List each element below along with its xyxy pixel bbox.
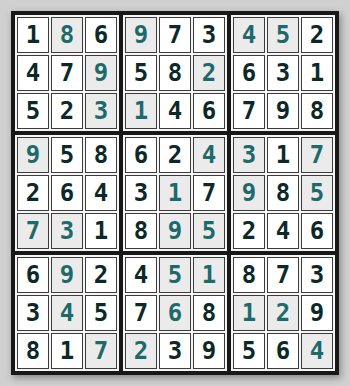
cell-r5c7[interactable]: 9	[233, 175, 265, 211]
cell-r3c8[interactable]: 9	[267, 93, 299, 129]
cell-r3c4[interactable]: 1	[125, 93, 157, 129]
cell-r8c1[interactable]: 3	[17, 295, 49, 331]
cell-r7c1[interactable]: 6	[17, 257, 49, 293]
cell-r8c2[interactable]: 4	[51, 295, 83, 331]
cell-r6c7[interactable]: 2	[233, 213, 265, 249]
cell-r5c6[interactable]: 7	[193, 175, 225, 211]
cell-r2c4[interactable]: 5	[125, 55, 157, 91]
cell-r5c5[interactable]: 1	[159, 175, 191, 211]
cell-r1c6[interactable]: 3	[193, 17, 225, 53]
cell-r6c4[interactable]: 8	[125, 213, 157, 249]
cell-r1c7[interactable]: 4	[233, 17, 265, 53]
cell-r1c4[interactable]: 9	[125, 17, 157, 53]
cell-r3c6[interactable]: 6	[193, 93, 225, 129]
cell-r5c4[interactable]: 3	[125, 175, 157, 211]
cell-r9c4[interactable]: 2	[125, 333, 157, 369]
cell-r6c9[interactable]: 6	[301, 213, 333, 249]
cell-r7c8[interactable]: 7	[267, 257, 299, 293]
cell-r4c4[interactable]: 6	[125, 137, 157, 173]
board-area: 1864795239735821464526317989582647316243…	[0, 0, 350, 386]
cell-r3c9[interactable]: 8	[301, 93, 333, 129]
cell-r2c7[interactable]: 6	[233, 55, 265, 91]
cell-r7c6[interactable]: 1	[193, 257, 225, 293]
cell-r5c3[interactable]: 4	[85, 175, 117, 211]
box-r3c3: 873129564	[231, 255, 335, 371]
cell-r7c5[interactable]: 5	[159, 257, 191, 293]
cell-r4c9[interactable]: 7	[301, 137, 333, 173]
cell-r6c8[interactable]: 4	[267, 213, 299, 249]
cell-r1c1[interactable]: 1	[17, 17, 49, 53]
cell-r5c9[interactable]: 5	[301, 175, 333, 211]
cell-r3c2[interactable]: 2	[51, 93, 83, 129]
cell-r7c4[interactable]: 4	[125, 257, 157, 293]
cell-r4c1[interactable]: 9	[17, 137, 49, 173]
cell-r2c5[interactable]: 8	[159, 55, 191, 91]
cell-r1c3[interactable]: 6	[85, 17, 117, 53]
box-r3c1: 692345817	[15, 255, 119, 371]
cell-r4c7[interactable]: 3	[233, 137, 265, 173]
cell-r8c5[interactable]: 6	[159, 295, 191, 331]
cell-r9c1[interactable]: 8	[17, 333, 49, 369]
cell-r3c3[interactable]: 3	[85, 93, 117, 129]
cell-r7c2[interactable]: 9	[51, 257, 83, 293]
cell-r8c6[interactable]: 8	[193, 295, 225, 331]
cell-r8c8[interactable]: 2	[267, 295, 299, 331]
cell-r8c4[interactable]: 7	[125, 295, 157, 331]
cell-r7c9[interactable]: 3	[301, 257, 333, 293]
cell-r4c2[interactable]: 5	[51, 137, 83, 173]
box-r1c1: 186479523	[15, 15, 119, 131]
box-r3c2: 451768239	[123, 255, 227, 371]
cell-r2c6[interactable]: 2	[193, 55, 225, 91]
cell-r9c9[interactable]: 4	[301, 333, 333, 369]
cell-r9c2[interactable]: 1	[51, 333, 83, 369]
cell-r9c6[interactable]: 9	[193, 333, 225, 369]
cell-r9c5[interactable]: 3	[159, 333, 191, 369]
cell-r6c1[interactable]: 7	[17, 213, 49, 249]
cell-r5c1[interactable]: 2	[17, 175, 49, 211]
cell-r8c9[interactable]: 9	[301, 295, 333, 331]
cell-r4c5[interactable]: 2	[159, 137, 191, 173]
sudoku-board: 1864795239735821464526317989582647316243…	[11, 11, 339, 375]
cell-r6c2[interactable]: 3	[51, 213, 83, 249]
box-r1c3: 452631798	[231, 15, 335, 131]
cell-r1c2[interactable]: 8	[51, 17, 83, 53]
cell-r2c9[interactable]: 1	[301, 55, 333, 91]
cell-r2c8[interactable]: 3	[267, 55, 299, 91]
cell-r5c8[interactable]: 8	[267, 175, 299, 211]
cell-r8c7[interactable]: 1	[233, 295, 265, 331]
cell-r9c7[interactable]: 5	[233, 333, 265, 369]
cell-r2c3[interactable]: 9	[85, 55, 117, 91]
cell-r3c1[interactable]: 5	[17, 93, 49, 129]
cell-r2c1[interactable]: 4	[17, 55, 49, 91]
cell-r2c2[interactable]: 7	[51, 55, 83, 91]
cell-r1c5[interactable]: 7	[159, 17, 191, 53]
cell-r6c6[interactable]: 5	[193, 213, 225, 249]
cell-r1c8[interactable]: 5	[267, 17, 299, 53]
cell-r4c3[interactable]: 8	[85, 137, 117, 173]
cell-r1c9[interactable]: 2	[301, 17, 333, 53]
cell-r4c8[interactable]: 1	[267, 137, 299, 173]
cell-r7c3[interactable]: 2	[85, 257, 117, 293]
cell-r6c5[interactable]: 9	[159, 213, 191, 249]
cell-r5c2[interactable]: 6	[51, 175, 83, 211]
cell-r9c3[interactable]: 7	[85, 333, 117, 369]
cell-r3c5[interactable]: 4	[159, 93, 191, 129]
cell-r6c3[interactable]: 1	[85, 213, 117, 249]
page: { "game": "sudoku", "position": { "rows"…	[0, 0, 350, 386]
box-r2c2: 624317895	[123, 135, 227, 251]
cell-r4c6[interactable]: 4	[193, 137, 225, 173]
cell-r3c7[interactable]: 7	[233, 93, 265, 129]
cell-r7c7[interactable]: 8	[233, 257, 265, 293]
box-r1c2: 973582146	[123, 15, 227, 131]
cell-r9c8[interactable]: 6	[267, 333, 299, 369]
box-r2c1: 958264731	[15, 135, 119, 251]
cell-r8c3[interactable]: 5	[85, 295, 117, 331]
box-r2c3: 317985246	[231, 135, 335, 251]
